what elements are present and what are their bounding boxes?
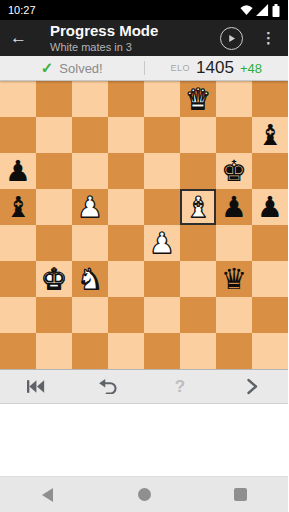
signal-icon (256, 4, 269, 16)
square-f4[interactable] (180, 225, 216, 261)
black-pawn: ♟ (221, 189, 247, 225)
square-a6[interactable]: ♟ (0, 153, 36, 189)
square-g5[interactable]: ♟ (216, 189, 252, 225)
white-king: ♚ (41, 261, 67, 297)
square-b8[interactable] (36, 81, 72, 117)
black-king: ♚ (221, 153, 247, 189)
status-icons (240, 4, 280, 17)
black-bishop: ♝ (257, 117, 283, 153)
square-h8[interactable] (252, 81, 288, 117)
square-d5[interactable] (108, 189, 144, 225)
square-g1[interactable] (216, 333, 252, 369)
play-icon (227, 34, 236, 43)
square-h2[interactable] (252, 297, 288, 333)
square-f6[interactable] (180, 153, 216, 189)
battery-icon (272, 4, 280, 17)
solved-label: Solved! (59, 61, 102, 76)
nav-home-button[interactable] (96, 477, 192, 512)
square-c5[interactable]: ♟ (72, 189, 108, 225)
square-d6[interactable] (108, 153, 144, 189)
square-e4[interactable]: ♟ (144, 225, 180, 261)
white-pawn: ♟ (77, 189, 103, 225)
square-g6[interactable]: ♚ (216, 153, 252, 189)
page-title: Progress Mode (50, 23, 220, 40)
square-b4[interactable] (36, 225, 72, 261)
elo-label: ELO (171, 63, 191, 73)
undo-icon (99, 379, 118, 394)
square-c7[interactable] (72, 117, 108, 153)
square-b2[interactable] (36, 297, 72, 333)
play-button[interactable] (220, 27, 243, 50)
overflow-menu-icon[interactable]: ⋮ (255, 29, 282, 47)
square-b6[interactable] (36, 153, 72, 189)
square-b7[interactable] (36, 117, 72, 153)
square-e2[interactable] (144, 297, 180, 333)
square-e1[interactable] (144, 333, 180, 369)
square-d1[interactable] (108, 333, 144, 369)
square-c2[interactable] (72, 297, 108, 333)
square-h6[interactable] (252, 153, 288, 189)
android-nav-bar (0, 476, 288, 512)
square-d8[interactable] (108, 81, 144, 117)
app-screen: 10:27 ← Progress Mode White mates in 3 ⋮… (0, 0, 288, 512)
square-e6[interactable] (144, 153, 180, 189)
app-bar: ← Progress Mode White mates in 3 ⋮ (0, 20, 288, 56)
square-e5[interactable] (144, 189, 180, 225)
square-f3[interactable] (180, 261, 216, 297)
next-button[interactable] (216, 370, 288, 403)
solved-status: ✓ Solved! (0, 59, 144, 77)
empty-content-area (0, 404, 288, 476)
square-c4[interactable] (72, 225, 108, 261)
nav-home-icon (138, 488, 151, 501)
square-h5[interactable]: ♟ (252, 189, 288, 225)
elo-block: ELO 1405 +48 (145, 58, 289, 78)
nav-back-icon (42, 488, 54, 502)
undo-button[interactable] (72, 370, 144, 403)
square-d7[interactable] (108, 117, 144, 153)
square-c1[interactable] (72, 333, 108, 369)
square-h3[interactable] (252, 261, 288, 297)
square-a2[interactable] (0, 297, 36, 333)
square-a5[interactable]: ♝ (0, 189, 36, 225)
square-d3[interactable] (108, 261, 144, 297)
square-a7[interactable] (0, 117, 36, 153)
square-a3[interactable] (0, 261, 36, 297)
square-f1[interactable] (180, 333, 216, 369)
chess-board: ♛♝♟♚♝♟♝♟♟♟♚♞♛ (0, 81, 288, 369)
square-a1[interactable] (0, 333, 36, 369)
black-pawn: ♟ (5, 153, 31, 189)
square-g2[interactable] (216, 297, 252, 333)
check-icon: ✓ (41, 59, 54, 77)
square-g3[interactable]: ♛ (216, 261, 252, 297)
square-e8[interactable] (144, 81, 180, 117)
nav-back-button[interactable] (0, 477, 96, 512)
square-h4[interactable] (252, 225, 288, 261)
wifi-icon (240, 4, 253, 16)
square-c8[interactable] (72, 81, 108, 117)
status-bar: 10:27 (0, 0, 288, 20)
square-a8[interactable] (0, 81, 36, 117)
square-g8[interactable] (216, 81, 252, 117)
hint-button[interactable]: ? (144, 370, 216, 403)
square-f7[interactable] (180, 117, 216, 153)
hint-question-icon: ? (175, 377, 185, 397)
square-g4[interactable] (216, 225, 252, 261)
nav-recents-button[interactable] (192, 477, 288, 512)
back-arrow-icon[interactable]: ← (10, 28, 36, 48)
nav-recents-icon (234, 488, 247, 501)
puzzle-toolbar: ? (0, 369, 288, 404)
square-b1[interactable] (36, 333, 72, 369)
square-c6[interactable] (72, 153, 108, 189)
puzzle-goal-subtitle: White mates in 3 (50, 41, 220, 53)
square-g7[interactable] (216, 117, 252, 153)
black-pawn: ♟ (257, 189, 283, 225)
square-d4[interactable] (108, 225, 144, 261)
square-f2[interactable] (180, 297, 216, 333)
skip-to-start-button[interactable] (0, 370, 72, 403)
square-h7[interactable]: ♝ (252, 117, 288, 153)
black-bishop: ♝ (5, 189, 31, 225)
skip-to-start-icon (27, 380, 45, 393)
square-f8[interactable]: ♛ (180, 81, 216, 117)
white-queen: ♛ (185, 81, 211, 117)
square-c3[interactable]: ♞ (72, 261, 108, 297)
square-b5[interactable] (36, 189, 72, 225)
result-bar: ✓ Solved! ELO 1405 +48 (0, 56, 288, 81)
square-e7[interactable] (144, 117, 180, 153)
square-h1[interactable] (252, 333, 288, 369)
elo-delta: +48 (240, 61, 262, 76)
elo-value: 1405 (196, 58, 234, 78)
next-chevron-icon (246, 378, 258, 395)
square-b3[interactable]: ♚ (36, 261, 72, 297)
square-d2[interactable] (108, 297, 144, 333)
white-pawn: ♟ (149, 225, 175, 261)
square-f5[interactable]: ♝ (180, 189, 216, 225)
white-bishop: ♝ (185, 189, 211, 225)
status-time: 10:27 (8, 4, 36, 16)
white-knight: ♞ (77, 261, 103, 297)
square-e3[interactable] (144, 261, 180, 297)
black-queen: ♛ (221, 261, 247, 297)
square-a4[interactable] (0, 225, 36, 261)
title-block: Progress Mode White mates in 3 (36, 23, 220, 53)
